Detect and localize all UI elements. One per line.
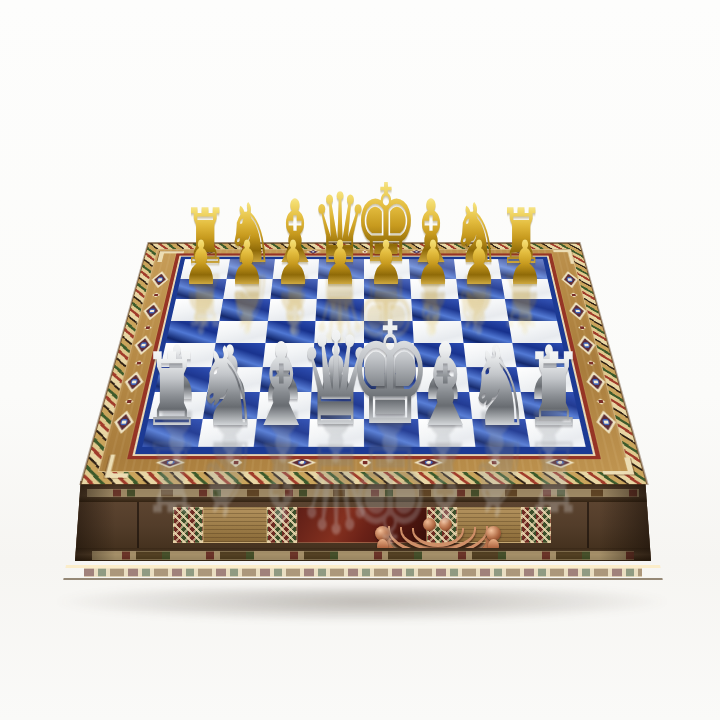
border-corner-angle-motif <box>553 250 575 264</box>
border-corner-angle-motif <box>599 458 634 475</box>
star-motif-center <box>572 294 576 296</box>
chess-box-scene: ♜♜♞♞♝♝♛♛♚♚♝♝♞♞♜♜♟♟♟♟♟♟♟♟♟♟♟♟♟♟♟♟♟♟♟♟♟♟♟♟… <box>0 0 720 720</box>
border-star-motif <box>143 325 152 330</box>
piece-white-rook-a1[interactable]: ♜ <box>142 340 202 441</box>
border-star-motif <box>586 360 596 365</box>
star-motif-center <box>127 400 131 402</box>
front-side-shading <box>75 481 651 561</box>
piece-black-pawn-e7[interactable]: ♟ <box>368 232 404 293</box>
star-motif-center <box>580 327 584 329</box>
border-star-motif <box>569 293 578 298</box>
star-motif-center <box>146 327 150 329</box>
piece-black-pawn-a7[interactable]: ♟ <box>183 232 219 293</box>
piece-black-pawn-g7[interactable]: ♟ <box>461 232 497 293</box>
piece-black-pawn-c7[interactable]: ♟ <box>275 232 311 293</box>
star-motif-center <box>137 362 141 364</box>
star-motif-center <box>599 400 603 402</box>
border-diamond-medallion <box>559 271 580 288</box>
border-star-motif <box>578 325 587 330</box>
border-star-motif <box>487 458 501 467</box>
border-star-motif <box>359 458 372 467</box>
star-motif-center <box>363 461 368 465</box>
star-motif-center <box>154 294 158 296</box>
border-star-motif <box>229 458 243 467</box>
border-diamond-medallion <box>584 371 608 392</box>
square-h6[interactable] <box>505 299 557 320</box>
border-diamond-medallion <box>149 271 170 288</box>
piece-white-knight-g1[interactable]: ♞ <box>467 333 531 442</box>
border-diamond-medallion <box>567 302 589 320</box>
piece-black-pawn-h7[interactable]: ♟ <box>507 232 543 293</box>
base-inlay-band <box>84 568 642 577</box>
star-motif-center <box>589 362 593 364</box>
piece-black-pawn-b7[interactable]: ♟ <box>229 232 265 293</box>
piece-black-pawn-f7[interactable]: ♟ <box>415 232 451 293</box>
border-star-motif <box>124 399 134 405</box>
box-base-molding <box>60 558 666 598</box>
star-motif-center <box>233 461 238 465</box>
base-molding-groove <box>60 578 666 580</box>
piece-black-pawn-d7[interactable]: ♟ <box>322 232 358 293</box>
star-motif-center <box>491 461 496 465</box>
box-front-face <box>75 481 651 561</box>
border-star-motif <box>152 293 161 298</box>
border-diamond-medallion <box>594 411 619 434</box>
piece-white-rook-h1[interactable]: ♜ <box>524 340 584 441</box>
square-a6[interactable] <box>171 299 223 320</box>
border-diamond-medallion <box>141 302 163 320</box>
border-star-motif <box>596 399 606 405</box>
